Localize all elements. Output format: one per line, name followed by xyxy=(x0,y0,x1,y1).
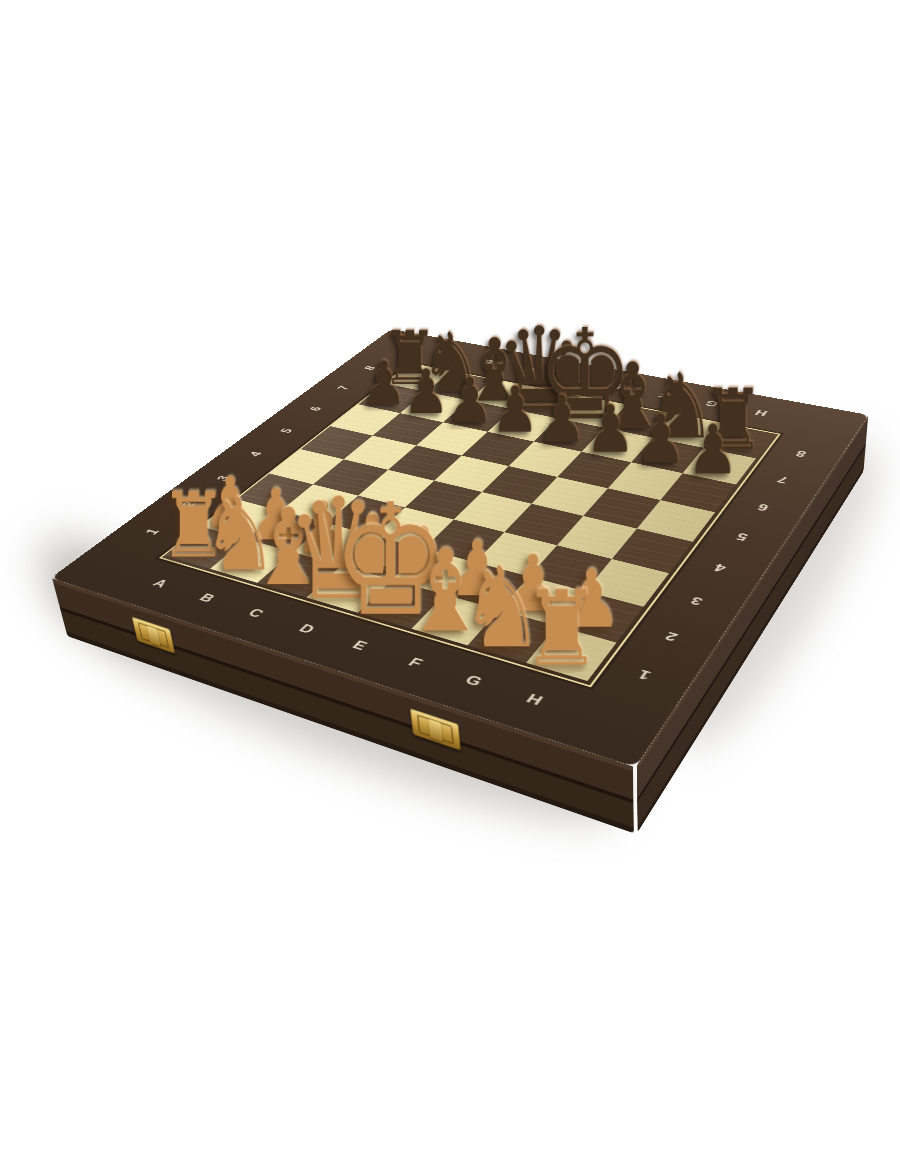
black-pawn-h7: ♟ xyxy=(687,416,739,484)
rank-label-1-right: 1 xyxy=(626,663,663,685)
brass-clasp-right xyxy=(410,708,461,751)
file-label-b-near: B xyxy=(189,590,223,608)
rank-label-6-left: 6 xyxy=(304,403,331,415)
file-label-a-near: A xyxy=(142,575,176,592)
file-label-h-near: H xyxy=(515,689,553,712)
rank-label-7-right: 7 xyxy=(768,472,798,486)
product-photo-scene: AA11BB22CC33DD44EE55FF66GG77HH88♜♞♝♛♚♝♞♜… xyxy=(0,0,900,1174)
rank-label-5-left: 5 xyxy=(274,425,301,438)
file-label-c-near: C xyxy=(238,605,273,624)
file-label-d-near: D xyxy=(288,620,324,639)
rank-label-4-left: 4 xyxy=(243,447,271,461)
file-label-f-near: F xyxy=(396,653,433,674)
rank-label-3-right: 3 xyxy=(680,591,715,610)
rank-label-2-right: 2 xyxy=(654,626,690,646)
rank-label-8-right: 8 xyxy=(787,446,817,460)
file-label-g-near: G xyxy=(454,671,492,693)
rank-label-4-right: 4 xyxy=(704,558,738,576)
rank-label-5-right: 5 xyxy=(727,528,759,544)
file-label-e-near: E xyxy=(341,636,377,656)
rank-label-7-left: 7 xyxy=(332,382,358,394)
white-rook-h1: ♜ xyxy=(522,576,602,681)
rank-label-6-right: 6 xyxy=(748,499,779,514)
brass-clasp-left xyxy=(132,617,176,654)
